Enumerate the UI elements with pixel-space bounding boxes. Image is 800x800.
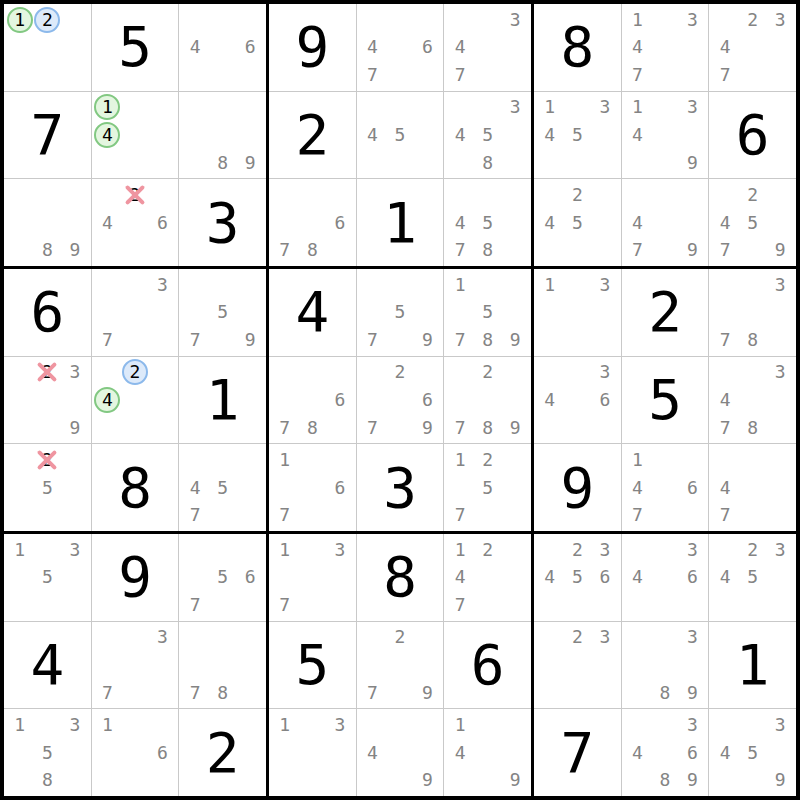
cell-r1c5[interactable]: 467 bbox=[357, 4, 444, 91]
candidate-slot-2 bbox=[739, 271, 767, 299]
candidate-slot-9 bbox=[591, 679, 619, 707]
candidate-slot-3 bbox=[236, 271, 264, 299]
cell-r5c4[interactable]: 678 bbox=[269, 357, 356, 444]
candidate-slot-2 bbox=[209, 624, 237, 652]
cell-r6c5[interactable]: 3 bbox=[357, 444, 444, 531]
cell-r7c3[interactable]: 567 bbox=[179, 534, 266, 621]
candidate-grid: 1358 bbox=[6, 711, 89, 794]
big-digit: 4 bbox=[30, 637, 64, 693]
candidate-slot-3 bbox=[61, 6, 89, 34]
candidate-grid: 678 bbox=[271, 359, 354, 442]
candidate-slot-5 bbox=[209, 34, 237, 62]
cell-r6c9[interactable]: 47 bbox=[709, 444, 796, 531]
cell-r4c5[interactable]: 579 bbox=[357, 269, 444, 356]
candidate-grid: 23 bbox=[536, 624, 619, 707]
cell-r9c1[interactable]: 1358 bbox=[4, 709, 91, 796]
candidate-slot-9 bbox=[236, 61, 264, 89]
cell-r8c4[interactable]: 5 bbox=[269, 622, 356, 709]
candidate-slot-9 bbox=[591, 149, 619, 177]
candidate-slot-4 bbox=[536, 651, 564, 679]
candidate-slot-4: 4 bbox=[446, 121, 474, 149]
candidate-slot-8 bbox=[121, 326, 149, 354]
cell-r5c9[interactable]: 3478 bbox=[709, 357, 796, 444]
candidate-slot-4 bbox=[536, 299, 564, 327]
candidate-grid: 579 bbox=[359, 271, 442, 354]
candidate-slot-4 bbox=[359, 386, 387, 414]
cell-r2c3[interactable]: 89 bbox=[179, 92, 266, 179]
cell-r9c6[interactable]: 149 bbox=[444, 709, 531, 796]
cell-r1c3[interactable]: 46 bbox=[179, 4, 266, 91]
candidate-grid: 16 bbox=[94, 711, 177, 794]
candidate-slot-4: 4 bbox=[624, 209, 652, 237]
cell-r3c4[interactable]: 678 bbox=[269, 179, 356, 266]
candidate-slot-1 bbox=[359, 359, 387, 387]
candidate-slot-9: 9 bbox=[414, 766, 442, 794]
candidate-slot-7 bbox=[181, 61, 209, 89]
cell-r8c2[interactable]: 37 bbox=[92, 622, 179, 709]
candidate-slot-8 bbox=[34, 501, 62, 529]
cell-r1c4[interactable]: 9 bbox=[269, 4, 356, 91]
candidate-slot-9: 9 bbox=[766, 766, 794, 794]
candidate-slot-8 bbox=[386, 326, 414, 354]
candidate-grid: 49 bbox=[359, 711, 442, 794]
candidate-slot-8 bbox=[564, 326, 592, 354]
candidate-slot-1: 1 bbox=[624, 94, 652, 122]
candidate-slot-4 bbox=[181, 564, 209, 592]
cell-r3c2[interactable]: 246 bbox=[92, 179, 179, 266]
candidate-slot-8 bbox=[564, 679, 592, 707]
candidate-slot-6 bbox=[501, 386, 529, 414]
candidate-slot-7 bbox=[536, 149, 564, 177]
cell-r2c4[interactable]: 2 bbox=[269, 92, 356, 179]
candidate-slot-8: 8 bbox=[209, 149, 237, 177]
cell-r4c3[interactable]: 579 bbox=[179, 269, 266, 356]
candidate-slot-3: 3 bbox=[766, 359, 794, 387]
candidate-slot-3 bbox=[236, 536, 264, 564]
candidate-grid: 479 bbox=[624, 181, 707, 264]
candidate-slot-6: 6 bbox=[679, 564, 707, 592]
big-digit: 2 bbox=[648, 284, 682, 340]
candidate-slot-8: 8 bbox=[739, 326, 767, 354]
cell-r1c9[interactable]: 2347 bbox=[709, 4, 796, 91]
cell-r3c8[interactable]: 479 bbox=[622, 179, 709, 266]
candidate-slot-8 bbox=[209, 61, 237, 89]
cell-r6c6[interactable]: 1257 bbox=[444, 444, 531, 531]
candidate-slot-6 bbox=[766, 386, 794, 414]
cell-r6c4[interactable]: 167 bbox=[269, 444, 356, 531]
cell-r3c5[interactable]: 1 bbox=[357, 179, 444, 266]
candidate-slot-7 bbox=[359, 149, 387, 177]
candidate-slot-7 bbox=[624, 766, 652, 794]
candidate-slot-2: 2 bbox=[34, 6, 62, 34]
candidate-slot-8 bbox=[299, 501, 327, 529]
big-digit: 5 bbox=[648, 372, 682, 428]
cell-r8c1[interactable]: 4 bbox=[4, 622, 91, 709]
candidate-slot-3: 3 bbox=[149, 271, 177, 299]
cell-r1c1[interactable]: 12 bbox=[4, 4, 91, 91]
candidate-grid: 378 bbox=[711, 271, 794, 354]
cell-r9c3[interactable]: 2 bbox=[179, 709, 266, 796]
candidate-slot-9 bbox=[326, 236, 354, 264]
candidate-slot-3 bbox=[414, 711, 442, 739]
big-digit: 6 bbox=[736, 107, 770, 163]
sudoku-box-4: 637579239241258457 bbox=[4, 269, 266, 531]
candidate-grid: 37 bbox=[94, 624, 177, 707]
candidate-slot-7 bbox=[6, 591, 34, 619]
candidate-slot-8: 8 bbox=[651, 679, 679, 707]
candidate-slot-9: 9 bbox=[236, 326, 264, 354]
candidate-slot-8: 8 bbox=[299, 236, 327, 264]
sudoku-board: 1254671489892463946734724534586781457881… bbox=[0, 0, 800, 800]
candidate-slot-4: 4 bbox=[536, 121, 564, 149]
candidate-slot-5: 5 bbox=[739, 564, 767, 592]
candidate-slot-8 bbox=[739, 501, 767, 529]
candidate-grid: 13 bbox=[271, 711, 354, 794]
candidate-slot-4: 4 bbox=[624, 564, 652, 592]
cell-r9c2[interactable]: 16 bbox=[92, 709, 179, 796]
candidate-slot-4 bbox=[271, 209, 299, 237]
candidate-slot-7 bbox=[6, 766, 34, 794]
candidate-slot-6 bbox=[591, 299, 619, 327]
candidate-slot-5 bbox=[651, 474, 679, 502]
cell-r8c3[interactable]: 78 bbox=[179, 622, 266, 709]
candidate-slot-2: 2 bbox=[739, 181, 767, 209]
candidate-slot-2 bbox=[651, 536, 679, 564]
cell-r8c7[interactable]: 23 bbox=[534, 622, 621, 709]
candidate-slot-3 bbox=[326, 446, 354, 474]
big-digit: 3 bbox=[383, 460, 417, 516]
candidate-slot-8 bbox=[209, 326, 237, 354]
candidate-slot-8: 8 bbox=[34, 766, 62, 794]
candidate-slot-5: 5 bbox=[474, 474, 502, 502]
candidate-slot-3: 3 bbox=[591, 536, 619, 564]
cell-r6c1[interactable]: 25 bbox=[4, 444, 91, 531]
cell-r5c8[interactable]: 5 bbox=[622, 357, 709, 444]
cell-r4c2[interactable]: 37 bbox=[92, 269, 179, 356]
candidate-slot-1 bbox=[181, 6, 209, 34]
cell-r3c1[interactable]: 89 bbox=[4, 179, 91, 266]
candidate-slot-3: 3 bbox=[61, 536, 89, 564]
cell-r2c6[interactable]: 3458 bbox=[444, 92, 531, 179]
candidate-slot-5 bbox=[651, 121, 679, 149]
candidate-slot-8: 8 bbox=[651, 766, 679, 794]
cell-r3c9[interactable]: 24579 bbox=[709, 179, 796, 266]
candidate-slot-1 bbox=[624, 181, 652, 209]
candidate-slot-1: 1 bbox=[624, 6, 652, 34]
candidate-slot-2 bbox=[121, 711, 149, 739]
big-digit: 1 bbox=[383, 195, 417, 251]
cell-r8c5[interactable]: 279 bbox=[357, 622, 444, 709]
candidate-grid: 3478 bbox=[711, 359, 794, 442]
cell-r9c5[interactable]: 49 bbox=[357, 709, 444, 796]
cell-r5c1[interactable]: 239 bbox=[4, 357, 91, 444]
candidate-slot-8 bbox=[34, 414, 62, 442]
candidate-grid: 15789 bbox=[446, 271, 529, 354]
cell-r7c1[interactable]: 135 bbox=[4, 534, 91, 621]
candidate-slot-1: 1 bbox=[446, 446, 474, 474]
candidate-slot-2: 2 bbox=[121, 359, 149, 387]
candidate-slot-9: 9 bbox=[501, 326, 529, 354]
cell-r2c7[interactable]: 1345 bbox=[534, 92, 621, 179]
candidate-grid: 89 bbox=[181, 94, 264, 177]
cell-r2c9[interactable]: 6 bbox=[709, 92, 796, 179]
candidate-slot-4: 4 bbox=[711, 564, 739, 592]
sudoku-box-1: 1254671489892463 bbox=[4, 4, 266, 266]
candidate-slot-4: 4 bbox=[711, 34, 739, 62]
candidate-slot-6 bbox=[679, 34, 707, 62]
cell-r2c8[interactable]: 1349 bbox=[622, 92, 709, 179]
cell-r4c6[interactable]: 15789 bbox=[444, 269, 531, 356]
green-circle-mark: 4 bbox=[94, 122, 120, 148]
candidate-slot-5: 5 bbox=[564, 209, 592, 237]
cell-r6c2[interactable]: 8 bbox=[92, 444, 179, 531]
candidate-slot-9: 9 bbox=[414, 414, 442, 442]
red-cross-mark: 2 bbox=[122, 182, 148, 208]
candidate-slot-1 bbox=[711, 446, 739, 474]
candidate-slot-5: 5 bbox=[739, 739, 767, 767]
candidate-slot-8 bbox=[564, 591, 592, 619]
cell-r7c7[interactable]: 23456 bbox=[534, 534, 621, 621]
candidate-slot-6 bbox=[679, 121, 707, 149]
candidate-slot-1: 1 bbox=[6, 536, 34, 564]
candidate-slot-4: 4 bbox=[359, 121, 387, 149]
candidate-slot-1 bbox=[624, 536, 652, 564]
cell-r4c8[interactable]: 2 bbox=[622, 269, 709, 356]
cell-r5c6[interactable]: 2789 bbox=[444, 357, 531, 444]
candidate-slot-7: 7 bbox=[181, 679, 209, 707]
candidate-slot-3 bbox=[149, 711, 177, 739]
candidate-slot-6: 6 bbox=[236, 564, 264, 592]
candidate-slot-9: 9 bbox=[61, 236, 89, 264]
cell-r2c2[interactable]: 14 bbox=[92, 92, 179, 179]
candidate-slot-6: 6 bbox=[414, 386, 442, 414]
candidate-slot-7 bbox=[6, 501, 34, 529]
candidate-slot-4: 4 bbox=[94, 386, 122, 414]
candidate-slot-4 bbox=[6, 474, 34, 502]
candidate-slot-8: 8 bbox=[739, 414, 767, 442]
big-digit: 6 bbox=[471, 637, 505, 693]
cell-r7c2[interactable]: 9 bbox=[92, 534, 179, 621]
cell-r3c6[interactable]: 4578 bbox=[444, 179, 531, 266]
candidate-slot-7: 7 bbox=[359, 679, 387, 707]
cell-r2c1[interactable]: 7 bbox=[4, 92, 91, 179]
cell-r7c8[interactable]: 346 bbox=[622, 534, 709, 621]
candidate-slot-4: 4 bbox=[711, 739, 739, 767]
candidate-slot-3 bbox=[501, 446, 529, 474]
cell-r7c4[interactable]: 137 bbox=[269, 534, 356, 621]
candidate-grid: 3458 bbox=[446, 94, 529, 177]
candidate-slot-3 bbox=[326, 181, 354, 209]
candidate-slot-3 bbox=[61, 181, 89, 209]
candidate-slot-5 bbox=[739, 299, 767, 327]
candidate-slot-7 bbox=[624, 149, 652, 177]
candidate-slot-1 bbox=[271, 181, 299, 209]
candidate-slot-6 bbox=[61, 474, 89, 502]
cell-r8c8[interactable]: 389 bbox=[622, 622, 709, 709]
candidate-slot-1 bbox=[181, 446, 209, 474]
candidate-slot-9 bbox=[414, 149, 442, 177]
candidate-grid: 2345 bbox=[711, 536, 794, 619]
cell-r6c7[interactable]: 9 bbox=[534, 444, 621, 531]
green-circle-mark: 1 bbox=[7, 7, 33, 33]
candidate-slot-1 bbox=[711, 271, 739, 299]
candidate-slot-3: 3 bbox=[591, 271, 619, 299]
candidate-slot-7: 7 bbox=[271, 236, 299, 264]
candidate-slot-5 bbox=[121, 299, 149, 327]
candidate-slot-1 bbox=[6, 359, 34, 387]
cell-r5c7[interactable]: 346 bbox=[534, 357, 621, 444]
candidate-slot-7: 7 bbox=[181, 591, 209, 619]
candidate-slot-4: 4 bbox=[359, 34, 387, 62]
cell-r1c6[interactable]: 347 bbox=[444, 4, 531, 91]
cell-r5c3[interactable]: 1 bbox=[179, 357, 266, 444]
candidate-slot-5 bbox=[209, 651, 237, 679]
candidate-slot-3 bbox=[149, 181, 177, 209]
candidate-slot-3: 3 bbox=[679, 536, 707, 564]
candidate-slot-5 bbox=[739, 474, 767, 502]
candidate-slot-4: 4 bbox=[359, 739, 387, 767]
candidate-slot-2: 2 bbox=[474, 446, 502, 474]
candidate-slot-2: 2 bbox=[564, 181, 592, 209]
candidate-slot-3: 3 bbox=[591, 94, 619, 122]
cell-r3c3[interactable]: 3 bbox=[179, 179, 266, 266]
cell-r8c6[interactable]: 6 bbox=[444, 622, 531, 709]
candidate-slot-4: 4 bbox=[446, 564, 474, 592]
candidate-slot-2 bbox=[121, 624, 149, 652]
cell-r4c9[interactable]: 378 bbox=[709, 269, 796, 356]
candidate-slot-3 bbox=[414, 271, 442, 299]
candidate-slot-1 bbox=[94, 271, 122, 299]
candidate-slot-1: 1 bbox=[446, 271, 474, 299]
candidate-slot-3: 3 bbox=[679, 624, 707, 652]
candidate-slot-5 bbox=[121, 386, 149, 414]
cell-r4c1[interactable]: 6 bbox=[4, 269, 91, 356]
candidate-slot-6: 6 bbox=[591, 564, 619, 592]
cell-r4c4[interactable]: 4 bbox=[269, 269, 356, 356]
candidate-slot-1 bbox=[711, 711, 739, 739]
candidate-slot-3 bbox=[149, 359, 177, 387]
candidate-slot-6 bbox=[501, 209, 529, 237]
candidate-slot-6 bbox=[766, 209, 794, 237]
candidate-slot-9: 9 bbox=[679, 679, 707, 707]
candidate-slot-2 bbox=[386, 271, 414, 299]
candidate-grid: 89 bbox=[6, 181, 89, 264]
candidate-slot-9 bbox=[61, 766, 89, 794]
candidate-slot-1: 1 bbox=[6, 6, 34, 34]
candidate-grid: 1257 bbox=[446, 446, 529, 529]
candidate-slot-8: 8 bbox=[34, 236, 62, 264]
candidate-slot-2: 2 bbox=[121, 181, 149, 209]
candidate-slot-9 bbox=[766, 326, 794, 354]
cell-r7c6[interactable]: 1247 bbox=[444, 534, 531, 621]
candidate-slot-6 bbox=[591, 209, 619, 237]
candidate-slot-5 bbox=[386, 34, 414, 62]
candidate-slot-7: 7 bbox=[181, 326, 209, 354]
candidate-slot-8 bbox=[564, 149, 592, 177]
candidate-slot-5 bbox=[299, 739, 327, 767]
candidate-slot-1: 1 bbox=[271, 711, 299, 739]
candidate-slot-6: 6 bbox=[236, 34, 264, 62]
candidate-slot-8 bbox=[121, 679, 149, 707]
candidate-slot-2 bbox=[564, 94, 592, 122]
cell-r2c5[interactable]: 45 bbox=[357, 92, 444, 179]
candidate-slot-3: 3 bbox=[679, 94, 707, 122]
cell-r1c2[interactable]: 5 bbox=[92, 4, 179, 91]
cell-r6c3[interactable]: 457 bbox=[179, 444, 266, 531]
candidate-slot-8: 8 bbox=[209, 679, 237, 707]
cell-r1c8[interactable]: 1347 bbox=[622, 4, 709, 91]
candidate-slot-5 bbox=[564, 651, 592, 679]
cell-r7c9[interactable]: 2345 bbox=[709, 534, 796, 621]
candidate-slot-2 bbox=[739, 359, 767, 387]
candidate-slot-4: 4 bbox=[536, 564, 564, 592]
candidate-slot-4: 4 bbox=[711, 386, 739, 414]
candidate-slot-3: 3 bbox=[61, 359, 89, 387]
cell-r9c9[interactable]: 3459 bbox=[709, 709, 796, 796]
candidate-slot-7 bbox=[94, 766, 122, 794]
candidate-slot-1 bbox=[359, 271, 387, 299]
candidate-slot-7: 7 bbox=[711, 414, 739, 442]
big-digit: 6 bbox=[30, 284, 64, 340]
cell-r6c8[interactable]: 1467 bbox=[622, 444, 709, 531]
candidate-slot-5 bbox=[474, 739, 502, 767]
candidate-slot-4 bbox=[181, 121, 209, 149]
cell-r8c9[interactable]: 1 bbox=[709, 622, 796, 709]
cell-r5c5[interactable]: 2679 bbox=[357, 357, 444, 444]
candidate-slot-3 bbox=[236, 6, 264, 34]
candidate-slot-9: 9 bbox=[766, 236, 794, 264]
candidate-slot-2 bbox=[474, 271, 502, 299]
cell-r7c5[interactable]: 8 bbox=[357, 534, 444, 621]
candidate-slot-5 bbox=[739, 34, 767, 62]
candidate-slot-6: 6 bbox=[326, 209, 354, 237]
candidate-slot-3: 3 bbox=[679, 6, 707, 34]
cell-r1c7[interactable]: 8 bbox=[534, 4, 621, 91]
candidate-slot-1: 1 bbox=[446, 536, 474, 564]
candidate-slot-7: 7 bbox=[446, 591, 474, 619]
cell-r9c7[interactable]: 7 bbox=[534, 709, 621, 796]
candidate-slot-5: 5 bbox=[386, 299, 414, 327]
candidate-slot-2: 2 bbox=[564, 624, 592, 652]
cell-r4c7[interactable]: 13 bbox=[534, 269, 621, 356]
candidate-slot-6 bbox=[766, 474, 794, 502]
candidate-slot-9: 9 bbox=[679, 236, 707, 264]
candidate-slot-1 bbox=[181, 271, 209, 299]
candidate-slot-9: 9 bbox=[414, 679, 442, 707]
candidate-slot-3 bbox=[414, 94, 442, 122]
candidate-grid: 1467 bbox=[624, 446, 707, 529]
candidate-slot-6 bbox=[766, 564, 794, 592]
candidate-slot-9 bbox=[149, 326, 177, 354]
candidate-slot-6 bbox=[414, 739, 442, 767]
cell-r9c8[interactable]: 34689 bbox=[622, 709, 709, 796]
candidate-grid: 24 bbox=[94, 359, 177, 442]
candidate-slot-3 bbox=[679, 181, 707, 209]
candidate-slot-7: 7 bbox=[271, 501, 299, 529]
candidate-slot-7: 7 bbox=[624, 236, 652, 264]
cell-r9c4[interactable]: 13 bbox=[269, 709, 356, 796]
candidate-slot-8 bbox=[651, 149, 679, 177]
candidate-slot-9: 9 bbox=[501, 414, 529, 442]
cell-r3c7[interactable]: 245 bbox=[534, 179, 621, 266]
candidate-slot-1 bbox=[711, 181, 739, 209]
big-digit: 9 bbox=[560, 460, 594, 516]
candidate-slot-8 bbox=[651, 61, 679, 89]
candidate-slot-3 bbox=[149, 94, 177, 122]
candidate-slot-8 bbox=[651, 591, 679, 619]
cell-r5c2[interactable]: 24 bbox=[92, 357, 179, 444]
candidate-slot-7: 7 bbox=[359, 61, 387, 89]
